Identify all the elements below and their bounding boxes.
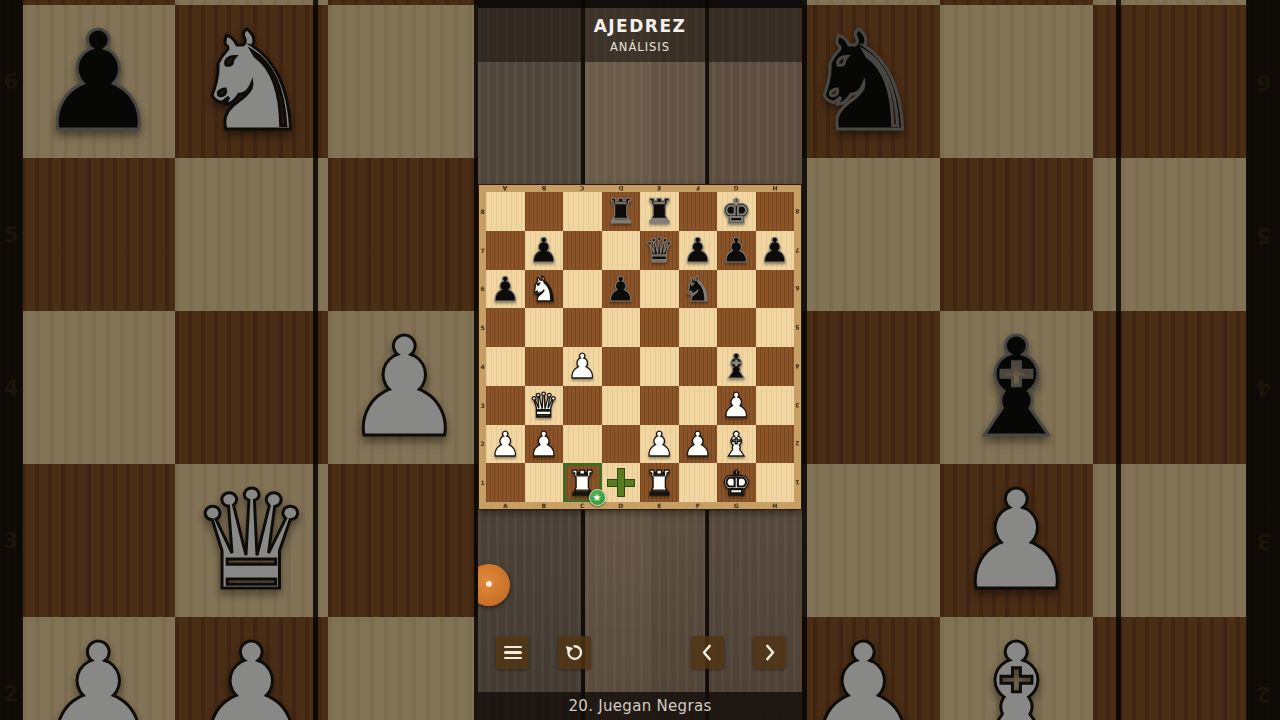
square-g1[interactable]: ♚ <box>717 463 756 502</box>
piece-black-knight[interactable]: ♞ <box>683 272 713 306</box>
square-d3[interactable] <box>602 386 641 425</box>
square-g6[interactable] <box>717 270 756 309</box>
square-g5[interactable] <box>717 308 756 347</box>
square-e3[interactable] <box>640 386 679 425</box>
square-a4[interactable] <box>486 347 525 386</box>
square-d5[interactable] <box>602 308 641 347</box>
square-a3[interactable] <box>486 386 525 425</box>
piece-black-queen[interactable]: ♛ <box>644 233 674 267</box>
previous-move-button[interactable] <box>691 636 724 669</box>
chess-board-grid: ♜♜♚♟♛♟♟♟♟♞♟♞♟♝♛♟♟♟♟♟♝♜★♜♚ <box>486 192 794 502</box>
file-label-bottom: A <box>500 502 510 509</box>
file-label-top: A <box>500 185 510 192</box>
rotate-arrow-icon <box>564 642 585 663</box>
file-label-top: C <box>577 185 587 192</box>
chevron-right-icon <box>759 642 780 663</box>
square-a2[interactable]: ♟ <box>486 425 525 464</box>
square-c3[interactable] <box>563 386 602 425</box>
square-d2[interactable] <box>602 425 641 464</box>
square-g3[interactable]: ♟ <box>717 386 756 425</box>
rank-label-right: 3 <box>794 402 801 409</box>
rank-label-left: 8 <box>479 208 486 215</box>
square-e4[interactable] <box>640 347 679 386</box>
square-b5[interactable] <box>525 308 564 347</box>
square-c1[interactable]: ♜★ <box>563 463 602 502</box>
piece-black-pawn[interactable]: ♟ <box>760 233 790 267</box>
square-b2[interactable]: ♟ <box>525 425 564 464</box>
square-e2[interactable]: ♟ <box>640 425 679 464</box>
square-h4[interactable] <box>756 347 795 386</box>
piece-black-pawn[interactable]: ♟ <box>606 272 636 306</box>
square-c7[interactable] <box>563 231 602 270</box>
file-label-bottom: G <box>731 502 741 509</box>
square-a5[interactable] <box>486 308 525 347</box>
square-d6[interactable]: ♟ <box>602 270 641 309</box>
file-label-bottom: E <box>654 502 664 509</box>
move-status-text: 20. Juegan Negras <box>568 697 711 715</box>
best-move-star-badge: ★ <box>589 489 606 506</box>
rank-label-left: 5 <box>479 324 486 331</box>
file-label-bottom: F <box>693 502 703 509</box>
square-g4[interactable]: ♝ <box>717 347 756 386</box>
square-c5[interactable] <box>563 308 602 347</box>
move-target-cross-marker <box>602 463 641 502</box>
rank-label-left: 4 <box>479 363 486 370</box>
square-e5[interactable] <box>640 308 679 347</box>
square-a1[interactable] <box>486 463 525 502</box>
chevron-left-icon <box>697 642 718 663</box>
square-c6[interactable] <box>563 270 602 309</box>
square-e6[interactable] <box>640 270 679 309</box>
rank-label-right: 7 <box>794 247 801 254</box>
app-subtitle: ANÁLISIS <box>478 40 802 54</box>
move-status-bar: 20. Juegan Negras <box>478 692 802 720</box>
fab-highlight-dot <box>486 581 492 587</box>
rank-label-right: 4 <box>794 363 801 370</box>
rank-label-left: 7 <box>479 247 486 254</box>
square-h5[interactable] <box>756 308 795 347</box>
square-f8[interactable] <box>679 192 718 231</box>
square-h3[interactable] <box>756 386 795 425</box>
rank-label-right: 8 <box>794 208 801 215</box>
file-label-bottom: H <box>770 502 780 509</box>
piece-black-pawn[interactable]: ♟ <box>683 233 713 267</box>
square-h8[interactable] <box>756 192 795 231</box>
piece-black-pawn[interactable]: ♟ <box>490 272 520 306</box>
rank-label-left: 3 <box>479 402 486 409</box>
piece-white-pawn[interactable]: ♟ <box>721 388 751 422</box>
piece-white-pawn[interactable]: ♟ <box>529 427 559 461</box>
square-g2[interactable]: ♝ <box>717 425 756 464</box>
flip-board-button[interactable] <box>558 636 591 669</box>
square-h7[interactable]: ♟ <box>756 231 795 270</box>
rank-label-right: 5 <box>794 324 801 331</box>
square-h1[interactable] <box>756 463 795 502</box>
square-a7[interactable] <box>486 231 525 270</box>
next-move-button[interactable] <box>753 636 786 669</box>
square-f2[interactable]: ♟ <box>679 425 718 464</box>
hamburger-icon <box>504 646 522 649</box>
status-strip <box>478 0 802 8</box>
piece-white-king[interactable]: ♚ <box>721 466 751 500</box>
file-label-top: F <box>693 185 703 192</box>
square-c2[interactable] <box>563 425 602 464</box>
chess-board[interactable]: ♜♜♚♟♛♟♟♟♟♞♟♞♟♝♛♟♟♟♟♟♝♜★♜♚ AABBCCDDEEFFGG… <box>479 185 801 509</box>
square-b1[interactable] <box>525 463 564 502</box>
square-f1[interactable] <box>679 463 718 502</box>
chess-app-window: AJEDREZ ANÁLISIS ♜♜♚♟♛♟♟♟♟♞♟♞♟♝♛♟♟♟♟♟♝♜★… <box>478 0 802 720</box>
piece-white-queen[interactable]: ♛ <box>529 388 559 422</box>
square-e8[interactable]: ♜ <box>640 192 679 231</box>
square-f4[interactable] <box>679 347 718 386</box>
square-e1[interactable]: ♜ <box>640 463 679 502</box>
file-label-top: D <box>616 185 626 192</box>
piece-black-rook[interactable]: ♜ <box>606 194 636 228</box>
piece-white-pawn[interactable]: ♟ <box>567 349 597 383</box>
rank-label-right: 6 <box>794 285 801 292</box>
app-header: AJEDREZ ANÁLISIS <box>478 8 802 62</box>
square-b8[interactable] <box>525 192 564 231</box>
file-label-top: G <box>731 185 741 192</box>
rank-label-left: 6 <box>479 285 486 292</box>
piece-white-rook[interactable]: ♜ <box>644 466 674 500</box>
piece-black-rook[interactable]: ♜ <box>644 194 674 228</box>
square-c4[interactable]: ♟ <box>563 347 602 386</box>
piece-white-pawn[interactable]: ♟ <box>490 427 520 461</box>
file-label-bottom: D <box>616 502 626 509</box>
piece-white-pawn[interactable]: ♟ <box>644 427 674 461</box>
square-g8[interactable]: ♚ <box>717 192 756 231</box>
square-b6[interactable]: ♞ <box>525 270 564 309</box>
square-b3[interactable]: ♛ <box>525 386 564 425</box>
square-e7[interactable]: ♛ <box>640 231 679 270</box>
screenshot-root: ♟♛♟♟♟♟♞♟♞♟♝♛♟♟♟♟♟♝ 65432 65432 AJEDREZ A… <box>0 0 1280 720</box>
file-label-top: B <box>539 185 549 192</box>
piece-white-pawn[interactable]: ♟ <box>683 427 713 461</box>
square-d4[interactable] <box>602 347 641 386</box>
piece-black-king[interactable]: ♚ <box>721 194 751 228</box>
square-b4[interactable] <box>525 347 564 386</box>
square-f6[interactable]: ♞ <box>679 270 718 309</box>
square-a6[interactable]: ♟ <box>486 270 525 309</box>
file-label-bottom: B <box>539 502 549 509</box>
file-label-bottom: C <box>577 502 587 509</box>
square-f5[interactable] <box>679 308 718 347</box>
square-b7[interactable]: ♟ <box>525 231 564 270</box>
rank-label-right: 2 <box>794 440 801 447</box>
square-h2[interactable] <box>756 425 795 464</box>
piece-black-pawn[interactable]: ♟ <box>529 233 559 267</box>
piece-black-bishop[interactable]: ♝ <box>721 349 751 383</box>
rank-label-left: 1 <box>479 479 486 486</box>
piece-black-pawn[interactable]: ♟ <box>721 233 751 267</box>
file-label-top: E <box>654 185 664 192</box>
square-a8[interactable] <box>486 192 525 231</box>
square-d1[interactable] <box>602 463 641 502</box>
menu-button[interactable] <box>496 636 529 669</box>
piece-white-bishop[interactable]: ♝ <box>721 427 751 461</box>
rank-label-right: 1 <box>794 479 801 486</box>
app-title: AJEDREZ <box>478 16 802 36</box>
square-h6[interactable] <box>756 270 795 309</box>
square-c8[interactable] <box>563 192 602 231</box>
square-g7[interactable]: ♟ <box>717 231 756 270</box>
rank-label-left: 2 <box>479 440 486 447</box>
file-label-top: H <box>770 185 780 192</box>
square-d8[interactable]: ♜ <box>602 192 641 231</box>
piece-white-knight[interactable]: ♞ <box>529 272 559 306</box>
square-d7[interactable] <box>602 231 641 270</box>
square-f7[interactable]: ♟ <box>679 231 718 270</box>
square-f3[interactable] <box>679 386 718 425</box>
